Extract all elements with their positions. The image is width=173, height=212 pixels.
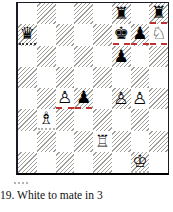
square-d1 [74, 152, 93, 173]
square-g6 [131, 46, 150, 67]
square-c1 [56, 152, 75, 173]
square-d7 [74, 24, 93, 45]
square-a4 [18, 88, 37, 109]
square-e7 [93, 24, 112, 45]
black-rook-h8: ♜ [150, 3, 167, 24]
square-b4 [37, 88, 56, 109]
white-king-g1: ♔ [131, 152, 148, 173]
square-c4: ♙ [56, 88, 75, 109]
black-king-f7: ♚ [113, 24, 130, 45]
square-g4: ♙ [131, 88, 150, 109]
square-d6 [74, 46, 93, 67]
chess-board: ♜♜♛♚♟♘♟♙♟♙♙♗♖♔ [16, 2, 169, 175]
square-c2 [56, 131, 75, 152]
square-a3 [18, 109, 37, 130]
square-a5 [18, 67, 37, 88]
square-a2 [18, 131, 37, 152]
white-pawn-g4: ♙ [131, 89, 148, 108]
square-b2 [37, 131, 56, 152]
white-pawn-c4: ♙ [56, 88, 73, 109]
square-f3 [112, 109, 131, 130]
square-a1 [18, 152, 37, 173]
square-d5 [74, 67, 93, 88]
square-g1: ♔ [131, 152, 150, 173]
caption: 19. White to mate in 3 [0, 189, 103, 201]
square-f2 [112, 131, 131, 152]
square-d4: ♟ [74, 88, 93, 109]
square-b3: ♗ [37, 109, 56, 130]
square-e5 [93, 67, 112, 88]
white-rook-e2: ♖ [94, 132, 111, 151]
page: ♜♜♛♚♟♘♟♙♟♙♙♗♖♔ 19. White to mate in 3 [0, 0, 173, 212]
square-c8 [56, 3, 75, 24]
square-e6 [93, 46, 112, 67]
square-a8 [18, 3, 37, 24]
square-e3 [93, 109, 112, 130]
square-g5 [131, 67, 150, 88]
square-a6 [18, 46, 37, 67]
square-g8 [131, 3, 150, 24]
square-a7: ♛ [18, 24, 37, 45]
square-e4 [93, 88, 112, 109]
square-h4 [149, 88, 168, 109]
white-knight-h7: ♘ [150, 24, 167, 45]
square-d3 [74, 109, 93, 130]
black-pawn-g7: ♟ [131, 24, 148, 45]
white-bishop-b3: ♗ [38, 109, 55, 130]
square-g2 [131, 131, 150, 152]
black-queen-a7: ♛ [19, 24, 36, 45]
square-e1 [93, 152, 112, 173]
square-h8: ♜ [149, 3, 168, 24]
square-h5 [149, 67, 168, 88]
square-h6 [149, 46, 168, 67]
black-pawn-d4: ♟ [75, 88, 92, 109]
square-b1 [37, 152, 56, 173]
square-e8 [93, 3, 112, 24]
square-h2 [149, 131, 168, 152]
square-g3 [131, 109, 150, 130]
square-f5 [112, 67, 131, 88]
square-f6: ♟ [112, 46, 131, 67]
square-b5 [37, 67, 56, 88]
page-artifact-tick [14, 179, 28, 184]
square-e2: ♖ [93, 131, 112, 152]
square-b7 [37, 24, 56, 45]
square-c5 [56, 67, 75, 88]
square-f1 [112, 152, 131, 173]
square-h3 [149, 109, 168, 130]
square-f4: ♙ [112, 88, 131, 109]
square-g7: ♟ [131, 24, 150, 45]
white-pawn-f4: ♙ [113, 89, 130, 108]
square-c7 [56, 24, 75, 45]
square-c6 [56, 46, 75, 67]
square-f8: ♜ [112, 3, 131, 24]
square-d2 [74, 131, 93, 152]
square-h1 [149, 152, 168, 173]
square-h7: ♘ [149, 24, 168, 45]
square-c3 [56, 109, 75, 130]
square-f7: ♚ [112, 24, 131, 45]
square-d8 [74, 3, 93, 24]
square-b6 [37, 46, 56, 67]
square-b8 [37, 3, 56, 24]
black-pawn-f6: ♟ [113, 47, 130, 66]
black-rook-f8: ♜ [113, 4, 130, 23]
